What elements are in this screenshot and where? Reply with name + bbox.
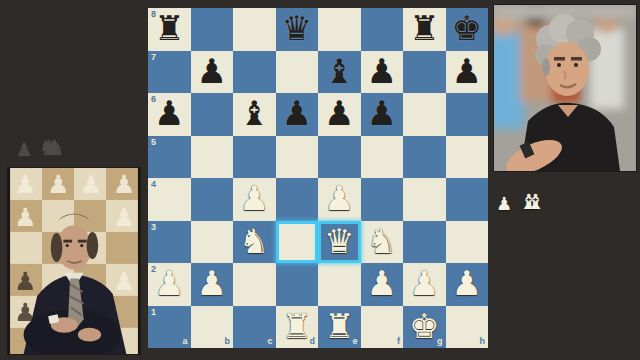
- piece-black-pawn-a6[interactable]: ♟: [154, 96, 184, 130]
- svg-text:♟: ♟: [113, 203, 136, 232]
- square-a3[interactable]: 3: [148, 221, 191, 264]
- square-g6[interactable]: [403, 93, 446, 136]
- square-e8[interactable]: [318, 8, 361, 51]
- piece-black-rook-g8[interactable]: ♜: [409, 11, 439, 45]
- square-b4[interactable]: [191, 178, 234, 221]
- square-e7[interactable]: ♝: [318, 51, 361, 94]
- square-b5[interactable]: [191, 136, 234, 179]
- rank-label-7: 7: [151, 53, 156, 62]
- captured-black-knight-icon: ♞: [46, 138, 65, 159]
- square-g3[interactable]: [403, 221, 446, 264]
- captured-black-pieces-tray: ♟♞♞: [16, 137, 65, 159]
- square-b7[interactable]: ♟: [191, 51, 234, 94]
- square-f7[interactable]: ♟: [361, 51, 404, 94]
- square-d2[interactable]: [276, 263, 319, 306]
- svg-text:♟: ♟: [14, 267, 37, 296]
- rank-label-1: 1: [151, 308, 156, 317]
- square-b1[interactable]: b: [191, 306, 234, 349]
- file-label-f: f: [397, 337, 400, 346]
- square-b2[interactable]: ♟: [191, 263, 234, 306]
- square-c8[interactable]: [233, 8, 276, 51]
- piece-white-rook-d1[interactable]: ♜: [282, 309, 312, 343]
- square-b8[interactable]: [191, 8, 234, 51]
- square-g8[interactable]: ♜: [403, 8, 446, 51]
- square-h3[interactable]: [446, 221, 489, 264]
- piece-white-pawn-a2[interactable]: ♟: [154, 266, 184, 300]
- file-label-h: h: [480, 337, 486, 346]
- square-c4[interactable]: ♟: [233, 178, 276, 221]
- file-label-b: b: [225, 337, 231, 346]
- svg-text:♟: ♟: [14, 170, 37, 199]
- black-player-photo: [494, 5, 636, 171]
- square-d3[interactable]: [276, 221, 319, 264]
- piece-black-rook-a8[interactable]: ♜: [154, 11, 184, 45]
- square-h6[interactable]: [446, 93, 489, 136]
- square-g5[interactable]: [403, 136, 446, 179]
- square-d4[interactable]: [276, 178, 319, 221]
- piece-white-rook-e1[interactable]: ♜: [324, 309, 354, 343]
- square-a4[interactable]: 4: [148, 178, 191, 221]
- svg-text:♟: ♟: [14, 203, 37, 232]
- piece-black-pawn-e6[interactable]: ♟: [324, 96, 354, 130]
- piece-black-pawn-f7[interactable]: ♟: [367, 54, 397, 88]
- square-a6[interactable]: 6♟: [148, 93, 191, 136]
- file-label-a: a: [182, 337, 187, 346]
- piece-white-pawn-b2[interactable]: ♟: [197, 266, 227, 300]
- piece-white-pawn-c4[interactable]: ♟: [239, 181, 269, 215]
- square-e5[interactable]: [318, 136, 361, 179]
- square-h2[interactable]: ♟: [446, 263, 489, 306]
- captured-white-pieces-tray: ♟♝♝: [496, 191, 545, 213]
- square-c3[interactable]: ♞: [233, 221, 276, 264]
- square-h1[interactable]: h: [446, 306, 489, 349]
- square-d5[interactable]: [276, 136, 319, 179]
- square-f3[interactable]: ♞: [361, 221, 404, 264]
- square-h4[interactable]: [446, 178, 489, 221]
- captured-white-pawn-icon: ♟: [496, 195, 512, 213]
- piece-black-pawn-b7[interactable]: ♟: [197, 54, 227, 88]
- square-h7[interactable]: ♟: [446, 51, 489, 94]
- square-b6[interactable]: [191, 93, 234, 136]
- piece-white-pawn-f2[interactable]: ♟: [367, 266, 397, 300]
- piece-black-queen-d8[interactable]: ♛: [282, 11, 312, 45]
- square-a1[interactable]: 1a: [148, 306, 191, 349]
- svg-text:♟: ♟: [113, 170, 136, 199]
- square-a7[interactable]: 7: [148, 51, 191, 94]
- svg-text:♟: ♟: [113, 267, 136, 296]
- square-c2[interactable]: [233, 263, 276, 306]
- square-c7[interactable]: [233, 51, 276, 94]
- captured-black-pawn-icon: ♟: [16, 141, 32, 159]
- piece-black-bishop-e7[interactable]: ♝: [324, 54, 354, 88]
- piece-white-king-g1[interactable]: ♚: [409, 309, 439, 343]
- chess-board[interactable]: 8♜♛♜♚7♟♝♟♟6♟♝♟♟♟54♟♟3♞♛♞2♟♟♟♟♟1abcd♜e♜fg…: [148, 8, 488, 348]
- piece-black-pawn-h7[interactable]: ♟: [452, 54, 482, 88]
- square-b3[interactable]: [191, 221, 234, 264]
- square-f1[interactable]: f: [361, 306, 404, 349]
- piece-black-pawn-f6[interactable]: ♟: [367, 96, 397, 130]
- square-d6[interactable]: ♟: [276, 93, 319, 136]
- square-g2[interactable]: ♟: [403, 263, 446, 306]
- app-background: { "game": "chess", "position": { "fen": …: [0, 0, 640, 360]
- square-d8[interactable]: ♛: [276, 8, 319, 51]
- square-f2[interactable]: ♟: [361, 263, 404, 306]
- piece-white-pawn-h2[interactable]: ♟: [452, 266, 482, 300]
- square-e4[interactable]: ♟: [318, 178, 361, 221]
- square-e2[interactable]: [318, 263, 361, 306]
- square-f8[interactable]: [361, 8, 404, 51]
- piece-black-pawn-d6[interactable]: ♟: [282, 96, 312, 130]
- square-d1[interactable]: d♜: [276, 306, 319, 349]
- square-e3[interactable]: ♛: [318, 221, 361, 264]
- black-player-photo-image: [494, 5, 636, 171]
- square-d7[interactable]: [276, 51, 319, 94]
- square-f4[interactable]: [361, 178, 404, 221]
- square-g7[interactable]: [403, 51, 446, 94]
- white-player-photo: ♟♟♟♟ ♟♟ ♟ ♟♟: [8, 168, 140, 354]
- piece-white-queen-e3[interactable]: ♛: [324, 224, 354, 258]
- piece-white-pawn-g2[interactable]: ♟: [409, 266, 439, 300]
- square-f5[interactable]: [361, 136, 404, 179]
- piece-white-knight-c3[interactable]: ♞: [239, 224, 269, 258]
- square-h5[interactable]: [446, 136, 489, 179]
- rank-label-5: 5: [151, 138, 156, 147]
- file-label-c: c: [267, 337, 272, 346]
- square-g4[interactable]: [403, 178, 446, 221]
- square-f6[interactable]: ♟: [361, 93, 404, 136]
- rank-label-4: 4: [151, 180, 156, 189]
- piece-white-knight-f3[interactable]: ♞: [367, 224, 397, 258]
- svg-text:♟: ♟: [80, 170, 103, 199]
- square-g1[interactable]: g♚: [403, 306, 446, 349]
- square-c5[interactable]: [233, 136, 276, 179]
- piece-black-bishop-c6[interactable]: ♝: [239, 96, 269, 130]
- square-a8[interactable]: 8♜: [148, 8, 191, 51]
- rank-label-3: 3: [151, 223, 156, 232]
- piece-white-pawn-e4[interactable]: ♟: [324, 181, 354, 215]
- square-e6[interactable]: ♟: [318, 93, 361, 136]
- square-h8[interactable]: ♚: [446, 8, 489, 51]
- svg-text:♟: ♟: [47, 170, 70, 199]
- square-c1[interactable]: c: [233, 306, 276, 349]
- piece-black-king-h8[interactable]: ♚: [452, 11, 482, 45]
- white-player-photo-image: ♟♟♟♟ ♟♟ ♟ ♟♟: [8, 168, 140, 354]
- square-e1[interactable]: e♜: [318, 306, 361, 349]
- square-a2[interactable]: 2♟: [148, 263, 191, 306]
- captured-white-bishop-icon: ♝: [526, 192, 545, 213]
- square-a5[interactable]: 5: [148, 136, 191, 179]
- square-c6[interactable]: ♝: [233, 93, 276, 136]
